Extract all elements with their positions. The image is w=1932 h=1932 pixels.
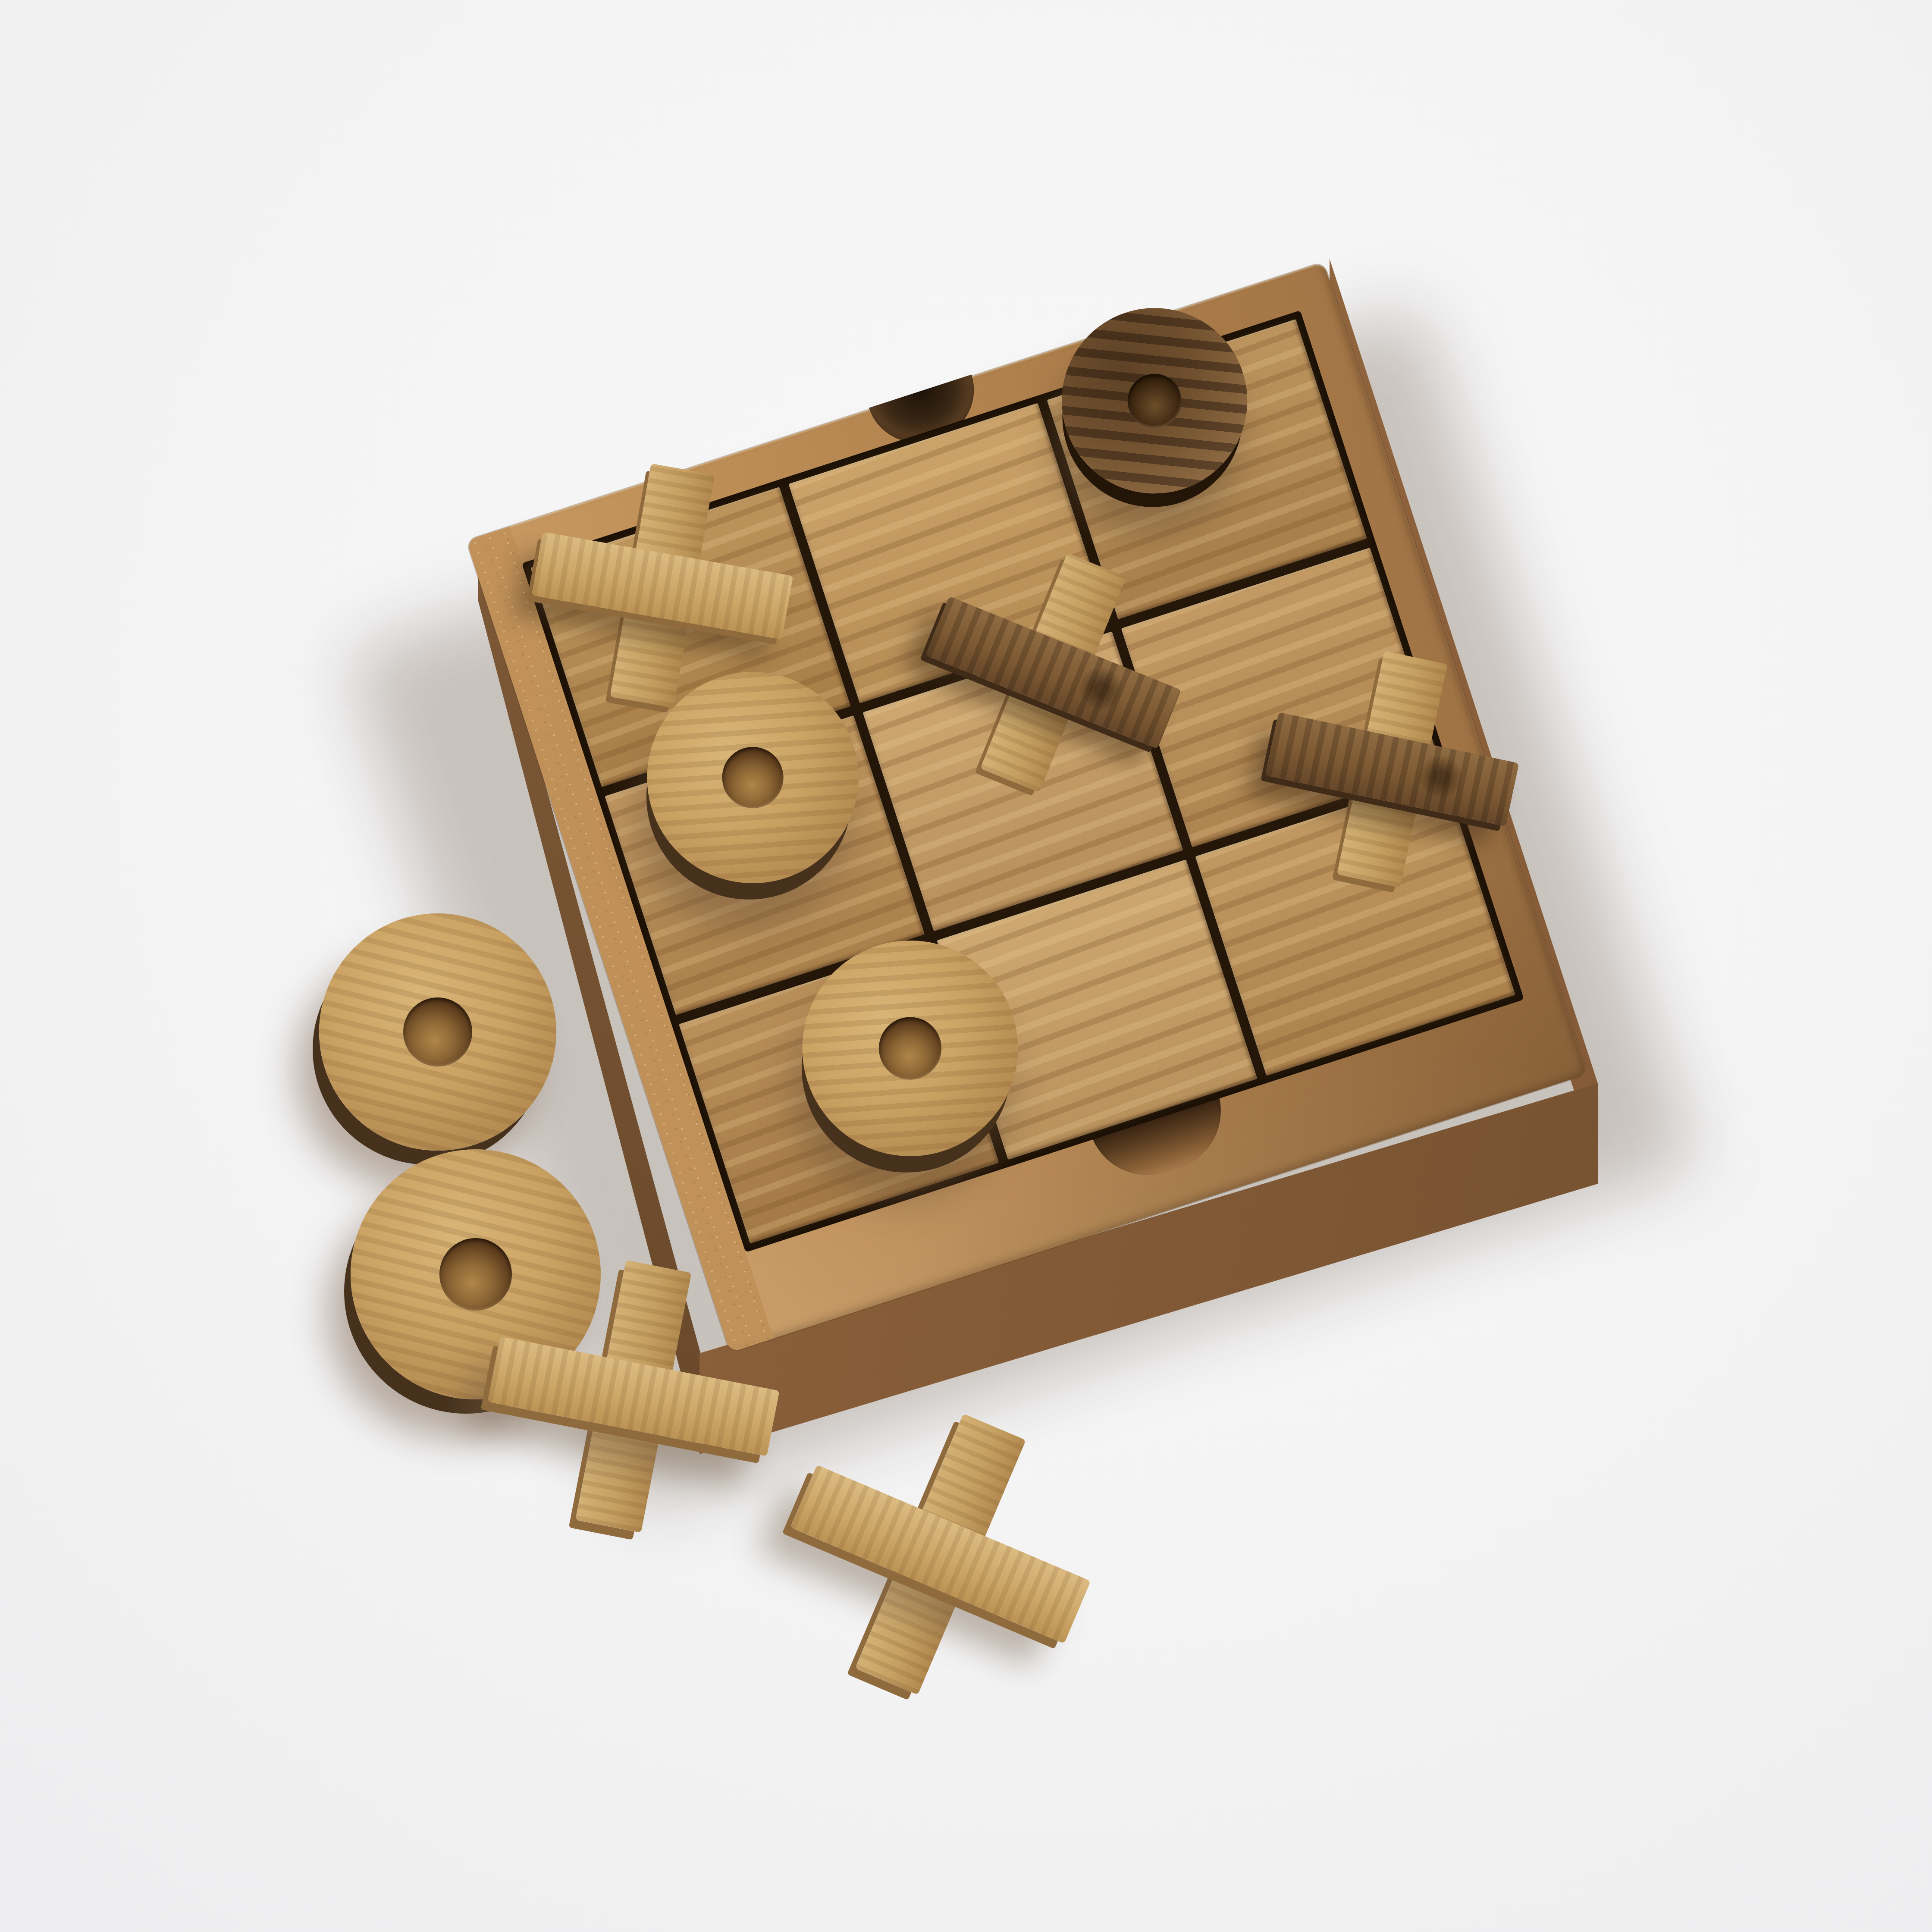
ring-hole bbox=[439, 1238, 512, 1311]
ring-hole bbox=[403, 997, 472, 1066]
scene bbox=[0, 0, 1932, 1932]
loose-pieces bbox=[0, 0, 1932, 1932]
piece-o-spare-ring-1[interactable] bbox=[319, 913, 556, 1151]
